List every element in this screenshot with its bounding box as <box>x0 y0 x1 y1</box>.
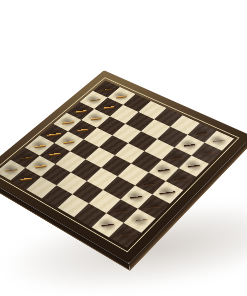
chess-board: ♜♞♝♛♚♝♞♜♟♟♟♟♟♟♟♟♟♟♟♟♟♟♟♟♜♞♝♛♚♝♞♜ <box>0 70 247 264</box>
scene-tilt: ♜♞♝♛♚♝♞♜♟♟♟♟♟♟♟♟♟♟♟♟♟♟♟♟♜♞♝♛♚♝♞♜ <box>0 0 247 296</box>
chess-set-photo: ♜♞♝♛♚♝♞♜♟♟♟♟♟♟♟♟♟♟♟♟♟♟♟♟♜♞♝♛♚♝♞♜ <box>0 0 247 296</box>
perspective-scene: ♜♞♝♛♚♝♞♜♟♟♟♟♟♟♟♟♟♟♟♟♟♟♟♟♜♞♝♛♚♝♞♜ <box>0 0 247 296</box>
